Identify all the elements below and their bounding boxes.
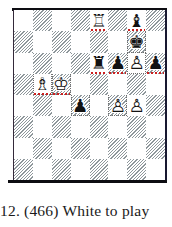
square-f8 <box>108 10 127 31</box>
square-f3 <box>108 116 127 137</box>
square-g2 <box>127 138 146 159</box>
square-h4 <box>146 95 165 116</box>
black-pawn-glyph: ♟ <box>72 97 88 115</box>
white-king-glyph: ♔ <box>53 75 69 93</box>
black-king-glyph: ♚ <box>129 33 145 51</box>
square-d5 <box>71 74 90 95</box>
square-f1 <box>108 159 127 180</box>
square-a4 <box>14 95 33 116</box>
chess-board: ♜♖♝♝♚♚♜♜♟♟♟♙♟♟♝♗♚♔♟♟♟♙♟♙ <box>14 10 165 180</box>
square-h7 <box>146 31 165 52</box>
square-e3 <box>90 116 109 137</box>
square-g7: ♚♚ <box>127 31 146 52</box>
square-a7 <box>14 31 33 52</box>
square-e5 <box>90 74 109 95</box>
square-c7 <box>52 31 71 52</box>
square-b4 <box>33 95 52 116</box>
white-pawn-glyph: ♙ <box>110 97 126 115</box>
square-g8: ♝♝ <box>127 10 146 31</box>
square-g1 <box>127 159 146 180</box>
square-e8: ♜♖ <box>90 10 109 31</box>
square-a3 <box>14 116 33 137</box>
square-d2 <box>71 138 90 159</box>
square-f5 <box>108 74 127 95</box>
white-pawn-glyph: ♙ <box>129 97 145 115</box>
square-f7 <box>108 31 127 52</box>
square-g3 <box>127 116 146 137</box>
square-h8 <box>146 10 165 31</box>
square-a6 <box>14 53 33 74</box>
square-c3 <box>52 116 71 137</box>
square-f6: ♟♟ <box>108 53 127 74</box>
square-a2 <box>14 138 33 159</box>
piece-white-pawn: ♟♙ <box>127 53 146 74</box>
square-h6: ♟♟ <box>146 53 165 74</box>
square-h1 <box>146 159 165 180</box>
square-b7 <box>33 31 52 52</box>
diagram-caption: 12. (466) White to play <box>0 202 149 220</box>
piece-black-rook: ♜♜ <box>90 53 109 74</box>
square-c1 <box>52 159 71 180</box>
square-b6 <box>33 53 52 74</box>
piece-white-rook: ♜♖ <box>90 10 109 31</box>
black-pawn-glyph: ♟ <box>147 54 163 72</box>
square-d1 <box>71 159 90 180</box>
piece-black-pawn: ♟♟ <box>71 95 90 116</box>
black-bishop-glyph: ♝ <box>129 12 145 30</box>
square-b5: ♝♗ <box>33 74 52 95</box>
square-e6: ♜♜ <box>90 53 109 74</box>
white-bishop-glyph: ♗ <box>34 75 50 93</box>
square-f4: ♟♙ <box>108 95 127 116</box>
board-bottom-border <box>8 180 167 183</box>
square-b8 <box>33 10 52 31</box>
square-e7 <box>90 31 109 52</box>
square-c8 <box>52 10 71 31</box>
square-c2 <box>52 138 71 159</box>
piece-white-pawn: ♟♙ <box>127 95 146 116</box>
chess-diagram-page: ♜♖♝♝♚♚♜♜♟♟♟♙♟♟♝♗♚♔♟♟♟♙♟♙ 12. (466) White… <box>0 0 172 227</box>
square-a1 <box>14 159 33 180</box>
piece-white-king: ♚♔ <box>52 74 71 95</box>
square-c5: ♚♔ <box>52 74 71 95</box>
square-c6 <box>52 53 71 74</box>
piece-black-king: ♚♚ <box>127 31 146 52</box>
square-a8 <box>14 10 33 31</box>
square-e1 <box>90 159 109 180</box>
square-b3 <box>33 116 52 137</box>
square-h3 <box>146 116 165 137</box>
square-e2 <box>90 138 109 159</box>
square-b1 <box>33 159 52 180</box>
square-g4: ♟♙ <box>127 95 146 116</box>
square-d8 <box>71 10 90 31</box>
square-h2 <box>146 138 165 159</box>
square-g5 <box>127 74 146 95</box>
square-e4 <box>90 95 109 116</box>
black-pawn-glyph: ♟ <box>110 54 126 72</box>
white-rook-glyph: ♖ <box>91 12 107 30</box>
square-d4: ♟♟ <box>71 95 90 116</box>
square-h5 <box>146 74 165 95</box>
square-d3 <box>71 116 90 137</box>
square-b2 <box>33 138 52 159</box>
square-c4 <box>52 95 71 116</box>
piece-black-pawn: ♟♟ <box>146 53 165 74</box>
piece-white-pawn: ♟♙ <box>108 95 127 116</box>
board-right-border <box>165 10 167 182</box>
square-a5 <box>14 74 33 95</box>
piece-black-pawn: ♟♟ <box>108 53 127 74</box>
square-d7 <box>71 31 90 52</box>
white-pawn-glyph: ♙ <box>129 54 145 72</box>
black-rook-glyph: ♜ <box>91 54 107 72</box>
square-f2 <box>108 138 127 159</box>
square-g6: ♟♙ <box>127 53 146 74</box>
piece-black-bishop: ♝♝ <box>127 10 146 31</box>
square-d6 <box>71 53 90 74</box>
piece-white-bishop: ♝♗ <box>33 74 52 95</box>
